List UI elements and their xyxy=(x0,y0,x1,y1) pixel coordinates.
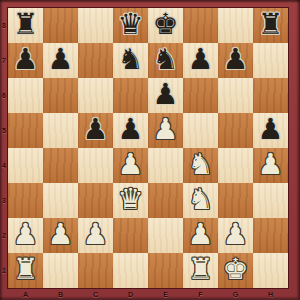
square-b7[interactable]: ♟ xyxy=(43,43,78,78)
square-d7[interactable]: ♞ xyxy=(113,43,148,78)
piece-white-pawn[interactable]: ♟ xyxy=(13,220,39,249)
file-label: H xyxy=(253,288,288,300)
square-a4[interactable] xyxy=(8,148,43,183)
square-c8[interactable] xyxy=(78,8,113,43)
square-b8[interactable] xyxy=(43,8,78,43)
square-d5[interactable]: ♟ xyxy=(113,113,148,148)
square-d3[interactable]: ♛ xyxy=(113,183,148,218)
file-label: G xyxy=(218,288,253,300)
piece-white-rook[interactable]: ♜ xyxy=(188,255,214,284)
square-h1[interactable] xyxy=(253,253,288,288)
square-a8[interactable]: ♜ xyxy=(8,8,43,43)
square-h5[interactable]: ♟ xyxy=(253,113,288,148)
file-label: A xyxy=(8,288,43,300)
file-label: C xyxy=(78,288,113,300)
piece-black-pawn[interactable]: ♟ xyxy=(258,115,284,144)
square-g2[interactable]: ♟ xyxy=(218,218,253,253)
chess-board: ♜♛♚♜♟♟♞♞♟♟♟♟♟♟♟♟♞♟♛♞♟♟♟♟♟♜♜♚ xyxy=(8,8,288,288)
square-e4[interactable] xyxy=(148,148,183,183)
piece-black-pawn[interactable]: ♟ xyxy=(13,45,39,74)
square-e1[interactable] xyxy=(148,253,183,288)
square-f8[interactable] xyxy=(183,8,218,43)
square-a6[interactable] xyxy=(8,78,43,113)
square-h3[interactable] xyxy=(253,183,288,218)
square-f7[interactable]: ♟ xyxy=(183,43,218,78)
square-g8[interactable] xyxy=(218,8,253,43)
piece-black-pawn[interactable]: ♟ xyxy=(188,45,214,74)
square-h6[interactable] xyxy=(253,78,288,113)
file-label: D xyxy=(113,288,148,300)
piece-white-pawn[interactable]: ♟ xyxy=(153,115,179,144)
square-g5[interactable] xyxy=(218,113,253,148)
piece-white-pawn[interactable]: ♟ xyxy=(83,220,109,249)
rank-label: 8 xyxy=(0,8,8,43)
square-a3[interactable] xyxy=(8,183,43,218)
square-e7[interactable]: ♞ xyxy=(148,43,183,78)
square-f2[interactable]: ♟ xyxy=(183,218,218,253)
square-a5[interactable] xyxy=(8,113,43,148)
square-f1[interactable]: ♜ xyxy=(183,253,218,288)
square-d6[interactable] xyxy=(113,78,148,113)
piece-white-pawn[interactable]: ♟ xyxy=(188,220,214,249)
square-a7[interactable]: ♟ xyxy=(8,43,43,78)
piece-white-rook[interactable]: ♜ xyxy=(13,255,39,284)
square-c2[interactable]: ♟ xyxy=(78,218,113,253)
square-e2[interactable] xyxy=(148,218,183,253)
file-label: E xyxy=(148,288,183,300)
square-g6[interactable] xyxy=(218,78,253,113)
square-h2[interactable] xyxy=(253,218,288,253)
square-f6[interactable] xyxy=(183,78,218,113)
rank-label: 2 xyxy=(0,218,8,253)
square-f4[interactable]: ♞ xyxy=(183,148,218,183)
piece-white-king[interactable]: ♚ xyxy=(223,255,249,284)
piece-white-pawn[interactable]: ♟ xyxy=(48,220,74,249)
piece-white-pawn[interactable]: ♟ xyxy=(223,220,249,249)
square-d2[interactable] xyxy=(113,218,148,253)
square-a1[interactable]: ♜ xyxy=(8,253,43,288)
rank-labels: 87654321 xyxy=(0,8,8,288)
square-c7[interactable] xyxy=(78,43,113,78)
piece-black-knight[interactable]: ♞ xyxy=(118,45,144,74)
square-e5[interactable]: ♟ xyxy=(148,113,183,148)
square-b2[interactable]: ♟ xyxy=(43,218,78,253)
rank-label: 6 xyxy=(0,78,8,113)
square-c4[interactable] xyxy=(78,148,113,183)
square-h7[interactable] xyxy=(253,43,288,78)
square-g3[interactable] xyxy=(218,183,253,218)
rank-label: 4 xyxy=(0,148,8,183)
square-c5[interactable]: ♟ xyxy=(78,113,113,148)
square-a2[interactable]: ♟ xyxy=(8,218,43,253)
square-g7[interactable]: ♟ xyxy=(218,43,253,78)
square-b3[interactable] xyxy=(43,183,78,218)
rank-label: 7 xyxy=(0,43,8,78)
square-b4[interactable] xyxy=(43,148,78,183)
square-b1[interactable] xyxy=(43,253,78,288)
square-c1[interactable] xyxy=(78,253,113,288)
square-f3[interactable]: ♞ xyxy=(183,183,218,218)
rank-label: 5 xyxy=(0,113,8,148)
piece-white-pawn[interactable]: ♟ xyxy=(258,150,284,179)
rank-label: 3 xyxy=(0,183,8,218)
square-b5[interactable] xyxy=(43,113,78,148)
square-e8[interactable]: ♚ xyxy=(148,8,183,43)
square-c3[interactable] xyxy=(78,183,113,218)
piece-black-rook[interactable]: ♜ xyxy=(13,10,39,39)
square-h4[interactable]: ♟ xyxy=(253,148,288,183)
square-d4[interactable]: ♟ xyxy=(113,148,148,183)
piece-white-knight[interactable]: ♞ xyxy=(188,185,214,214)
square-g1[interactable]: ♚ xyxy=(218,253,253,288)
piece-black-rook[interactable]: ♜ xyxy=(258,10,284,39)
piece-black-king[interactable]: ♚ xyxy=(153,10,179,39)
square-c6[interactable] xyxy=(78,78,113,113)
square-d1[interactable] xyxy=(113,253,148,288)
piece-white-pawn[interactable]: ♟ xyxy=(118,150,144,179)
piece-black-pawn[interactable]: ♟ xyxy=(223,45,249,74)
piece-white-queen[interactable]: ♛ xyxy=(118,185,144,214)
square-e6[interactable]: ♟ xyxy=(148,78,183,113)
square-h8[interactable]: ♜ xyxy=(253,8,288,43)
square-f5[interactable] xyxy=(183,113,218,148)
square-b6[interactable] xyxy=(43,78,78,113)
piece-black-queen[interactable]: ♛ xyxy=(118,10,144,39)
file-label: F xyxy=(183,288,218,300)
file-labels: ABCDEFGH xyxy=(8,288,288,300)
square-d8[interactable]: ♛ xyxy=(113,8,148,43)
board-frame: 87654321 ♜♛♚♜♟♟♞♞♟♟♟♟♟♟♟♟♞♟♛♞♟♟♟♟♟♜♜♚ AB… xyxy=(0,0,300,300)
piece-black-pawn[interactable]: ♟ xyxy=(153,80,179,109)
file-label: B xyxy=(43,288,78,300)
piece-black-pawn[interactable]: ♟ xyxy=(118,115,144,144)
square-e3[interactable] xyxy=(148,183,183,218)
piece-white-knight[interactable]: ♞ xyxy=(188,150,214,179)
rank-label: 1 xyxy=(0,253,8,288)
piece-black-pawn[interactable]: ♟ xyxy=(83,115,109,144)
piece-black-pawn[interactable]: ♟ xyxy=(48,45,74,74)
square-g4[interactable] xyxy=(218,148,253,183)
piece-black-knight[interactable]: ♞ xyxy=(153,45,179,74)
